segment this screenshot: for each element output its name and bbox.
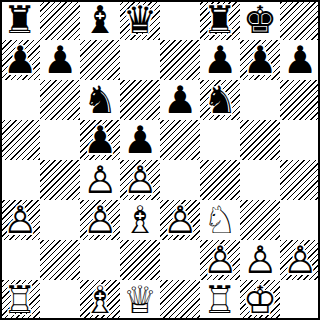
white-knight-icon: ♘	[200, 200, 240, 240]
square-b8[interactable]	[40, 0, 80, 40]
piece-halo: ♟	[160, 200, 200, 240]
piece-halo: ♟	[200, 240, 240, 280]
black-pawn-icon: ♟	[40, 40, 80, 80]
square-f1[interactable]: ♜♖	[200, 280, 240, 320]
square-d4[interactable]: ♟♙	[120, 160, 160, 200]
piece-halo: ♞	[200, 80, 240, 120]
chess-board: ♜♜♝♝♛♛♜♜♚♚♟♟♟♟♟♟♟♟♟♟♞♞♟♟♞♞♟♟♟♟♟♙♟♙♟♙♟♙♝♗…	[0, 0, 320, 320]
piece-halo: ♚	[240, 0, 280, 40]
square-a4[interactable]	[0, 160, 40, 200]
square-e5[interactable]	[160, 120, 200, 160]
black-knight-icon: ♞	[80, 80, 120, 120]
square-g5[interactable]	[240, 120, 280, 160]
square-g1[interactable]: ♚♔	[240, 280, 280, 320]
piece-halo: ♝	[120, 200, 160, 240]
square-d7[interactable]	[120, 40, 160, 80]
piece-halo: ♟	[280, 240, 320, 280]
square-g8[interactable]: ♚♚	[240, 0, 280, 40]
black-rook-icon: ♜	[0, 0, 40, 40]
square-c1[interactable]: ♝♗	[80, 280, 120, 320]
piece-halo: ♟	[80, 160, 120, 200]
square-g3[interactable]	[240, 200, 280, 240]
black-queen-icon: ♛	[120, 0, 160, 40]
square-d8[interactable]: ♛♛	[120, 0, 160, 40]
square-e7[interactable]	[160, 40, 200, 80]
piece-halo: ♟	[120, 160, 160, 200]
square-d1[interactable]: ♛♕	[120, 280, 160, 320]
piece-halo: ♟	[80, 120, 120, 160]
piece-halo: ♟	[240, 240, 280, 280]
square-c6[interactable]: ♞♞	[80, 80, 120, 120]
square-d6[interactable]	[120, 80, 160, 120]
square-d5[interactable]: ♟♟	[120, 120, 160, 160]
square-c4[interactable]: ♟♙	[80, 160, 120, 200]
black-knight-icon: ♞	[200, 80, 240, 120]
white-pawn-icon: ♙	[280, 240, 320, 280]
square-h8[interactable]	[280, 0, 320, 40]
piece-halo: ♟	[240, 40, 280, 80]
square-g4[interactable]	[240, 160, 280, 200]
square-h1[interactable]	[280, 280, 320, 320]
square-a8[interactable]: ♜♜	[0, 0, 40, 40]
square-h3[interactable]	[280, 200, 320, 240]
piece-halo: ♟	[40, 40, 80, 80]
piece-halo: ♜	[200, 280, 240, 320]
square-a5[interactable]	[0, 120, 40, 160]
piece-halo: ♛	[120, 0, 160, 40]
square-h7[interactable]: ♟♟	[280, 40, 320, 80]
square-f5[interactable]	[200, 120, 240, 160]
white-bishop-icon: ♗	[80, 280, 120, 320]
black-pawn-icon: ♟	[200, 40, 240, 80]
square-e6[interactable]: ♟♟	[160, 80, 200, 120]
piece-halo: ♜	[200, 0, 240, 40]
white-pawn-icon: ♙	[120, 160, 160, 200]
black-king-icon: ♚	[240, 0, 280, 40]
square-g2[interactable]: ♟♙	[240, 240, 280, 280]
piece-halo: ♚	[240, 280, 280, 320]
piece-halo: ♟	[200, 40, 240, 80]
piece-halo: ♟	[280, 40, 320, 80]
white-pawn-icon: ♙	[160, 200, 200, 240]
square-b1[interactable]	[40, 280, 80, 320]
piece-halo: ♟	[160, 80, 200, 120]
black-pawn-icon: ♟	[280, 40, 320, 80]
black-pawn-icon: ♟	[160, 80, 200, 120]
square-f6[interactable]: ♞♞	[200, 80, 240, 120]
square-f8[interactable]: ♜♜	[200, 0, 240, 40]
piece-halo: ♜	[0, 280, 40, 320]
black-pawn-icon: ♟	[120, 120, 160, 160]
square-c2[interactable]	[80, 240, 120, 280]
piece-halo: ♟	[0, 40, 40, 80]
white-pawn-icon: ♙	[80, 160, 120, 200]
white-rook-icon: ♖	[200, 280, 240, 320]
square-b2[interactable]	[40, 240, 80, 280]
square-b4[interactable]	[40, 160, 80, 200]
white-rook-icon: ♖	[0, 280, 40, 320]
white-pawn-icon: ♙	[200, 240, 240, 280]
square-c3[interactable]: ♟♙	[80, 200, 120, 240]
square-g6[interactable]	[240, 80, 280, 120]
white-queen-icon: ♕	[120, 280, 160, 320]
piece-halo: ♟	[0, 200, 40, 240]
square-c5[interactable]: ♟♟	[80, 120, 120, 160]
white-pawn-icon: ♙	[0, 200, 40, 240]
square-f2[interactable]: ♟♙	[200, 240, 240, 280]
square-e3[interactable]: ♟♙	[160, 200, 200, 240]
piece-halo: ♜	[0, 0, 40, 40]
square-g7[interactable]: ♟♟	[240, 40, 280, 80]
piece-halo: ♟	[80, 200, 120, 240]
square-b5[interactable]	[40, 120, 80, 160]
black-rook-icon: ♜	[200, 0, 240, 40]
square-h4[interactable]	[280, 160, 320, 200]
square-h6[interactable]	[280, 80, 320, 120]
square-f7[interactable]: ♟♟	[200, 40, 240, 80]
square-e8[interactable]	[160, 0, 200, 40]
white-bishop-icon: ♗	[120, 200, 160, 240]
square-c8[interactable]: ♝♝	[80, 0, 120, 40]
piece-halo: ♝	[80, 0, 120, 40]
white-king-icon: ♔	[240, 280, 280, 320]
square-h5[interactable]	[280, 120, 320, 160]
square-b7[interactable]: ♟♟	[40, 40, 80, 80]
square-e2[interactable]	[160, 240, 200, 280]
square-d2[interactable]	[120, 240, 160, 280]
white-pawn-icon: ♙	[240, 240, 280, 280]
square-b6[interactable]	[40, 80, 80, 120]
square-a2[interactable]	[0, 240, 40, 280]
square-a6[interactable]	[0, 80, 40, 120]
square-f4[interactable]	[200, 160, 240, 200]
square-h2[interactable]: ♟♙	[280, 240, 320, 280]
square-a7[interactable]: ♟♟	[0, 40, 40, 80]
piece-halo: ♞	[80, 80, 120, 120]
piece-halo: ♟	[120, 120, 160, 160]
square-e4[interactable]	[160, 160, 200, 200]
square-e1[interactable]	[160, 280, 200, 320]
square-f3[interactable]: ♞♘	[200, 200, 240, 240]
square-c7[interactable]	[80, 40, 120, 80]
piece-halo: ♛	[120, 280, 160, 320]
piece-halo: ♝	[80, 280, 120, 320]
square-a1[interactable]: ♜♖	[0, 280, 40, 320]
square-b3[interactable]	[40, 200, 80, 240]
black-bishop-icon: ♝	[80, 0, 120, 40]
black-pawn-icon: ♟	[240, 40, 280, 80]
white-pawn-icon: ♙	[80, 200, 120, 240]
square-d3[interactable]: ♝♗	[120, 200, 160, 240]
square-a3[interactable]: ♟♙	[0, 200, 40, 240]
piece-halo: ♞	[200, 200, 240, 240]
black-pawn-icon: ♟	[0, 40, 40, 80]
black-pawn-icon: ♟	[80, 120, 120, 160]
